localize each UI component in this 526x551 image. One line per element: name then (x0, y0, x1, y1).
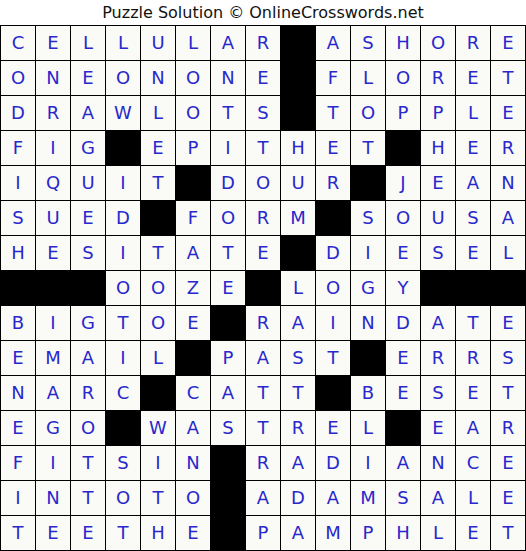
black-cell-r11c10 (316, 376, 350, 410)
black-cell-r7c9 (281, 236, 315, 270)
letter-cell-r8c6: Z (176, 271, 210, 305)
letter-cell-r12c8: T (246, 411, 280, 445)
letter-cell-r7c2: E (36, 236, 70, 270)
black-cell-r10c11 (351, 341, 385, 375)
letter-cell-r15c2: E (36, 516, 70, 550)
letter-cell-r2c5: N (141, 61, 175, 95)
letter-cell-r15c14: E (456, 516, 490, 550)
black-cell-r5c11 (351, 166, 385, 200)
letter-cell-r15c12: H (386, 516, 420, 550)
letter-cell-r13c9: A (281, 446, 315, 480)
letter-cell-r6c6: F (176, 201, 210, 235)
letter-cell-r14c8: A (246, 481, 280, 515)
letter-cell-r14c10: A (316, 481, 350, 515)
letter-cell-r9c14: T (456, 306, 490, 340)
letter-cell-r2c15: T (491, 61, 525, 95)
letter-cell-r5c3: U (71, 166, 105, 200)
letter-cell-r13c11: I (351, 446, 385, 480)
letter-cell-r14c1: I (1, 481, 35, 515)
letter-cell-r15c15: T (491, 516, 525, 550)
letter-cell-r14c6: O (176, 481, 210, 515)
letter-cell-r12c5: W (141, 411, 175, 445)
letter-cell-r4c10: E (316, 131, 350, 165)
letter-cell-r14c11: M (351, 481, 385, 515)
letter-cell-r15c4: T (106, 516, 140, 550)
letter-cell-r10c14: R (456, 341, 490, 375)
letter-cell-r13c1: F (1, 446, 35, 480)
black-cell-r15c7 (211, 516, 245, 550)
letter-cell-r13c2: I (36, 446, 70, 480)
letter-cell-r4c3: G (71, 131, 105, 165)
letter-cell-r11c11: B (351, 376, 385, 410)
letter-cell-r7c14: E (456, 236, 490, 270)
letter-cell-r1c12: H (386, 26, 420, 60)
letter-cell-r7c3: S (71, 236, 105, 270)
letter-cell-r3c12: P (386, 96, 420, 130)
black-cell-r5c6 (176, 166, 210, 200)
letter-cell-r13c8: R (246, 446, 280, 480)
letter-cell-r14c13: A (421, 481, 455, 515)
letter-cell-r15c3: E (71, 516, 105, 550)
letter-cell-r14c5: T (141, 481, 175, 515)
letter-cell-r5c8: O (246, 166, 280, 200)
letter-cell-r11c14: E (456, 376, 490, 410)
letter-cell-r2c11: L (351, 61, 385, 95)
letter-cell-r2c12: O (386, 61, 420, 95)
letter-cell-r4c13: H (421, 131, 455, 165)
black-cell-r14c7 (211, 481, 245, 515)
letter-cell-r10c2: M (36, 341, 70, 375)
letter-cell-r9c9: A (281, 306, 315, 340)
letter-cell-r1c2: E (36, 26, 70, 60)
letter-cell-r13c10: D (316, 446, 350, 480)
letter-cell-r14c4: O (106, 481, 140, 515)
letter-cell-r15c13: L (421, 516, 455, 550)
letter-cell-r8c4: O (106, 271, 140, 305)
letter-cell-r2c4: O (106, 61, 140, 95)
letter-cell-r11c6: C (176, 376, 210, 410)
letter-cell-r1c4: L (106, 26, 140, 60)
black-cell-r3c9 (281, 96, 315, 130)
letter-cell-r5c15: N (491, 166, 525, 200)
letter-cell-r11c15: T (491, 376, 525, 410)
black-cell-r8c15 (491, 271, 525, 305)
black-cell-r9c7 (211, 306, 245, 340)
black-cell-r12c12 (386, 411, 420, 445)
letter-cell-r6c4: D (106, 201, 140, 235)
letter-cell-r9c3: G (71, 306, 105, 340)
letter-cell-r3c10: T (316, 96, 350, 130)
letter-cell-r1c11: S (351, 26, 385, 60)
letter-cell-r10c7: P (211, 341, 245, 375)
letter-cell-r12c14: A (456, 411, 490, 445)
letter-cell-r11c12: E (386, 376, 420, 410)
letter-cell-r15c1: T (1, 516, 35, 550)
letter-cell-r11c13: S (421, 376, 455, 410)
letter-cell-r2c2: N (36, 61, 70, 95)
letter-cell-r8c11: G (351, 271, 385, 305)
letter-cell-r6c11: S (351, 201, 385, 235)
letter-cell-r1c1: C (1, 26, 35, 60)
letter-cell-r5c2: Q (36, 166, 70, 200)
black-cell-r4c12 (386, 131, 420, 165)
black-cell-r10c6 (176, 341, 210, 375)
black-cell-r1c9 (281, 26, 315, 60)
letter-cell-r4c5: E (141, 131, 175, 165)
letter-cell-r5c1: I (1, 166, 35, 200)
puzzle-solution-page: Puzzle Solution © OnlineCrosswords.net C… (0, 0, 526, 551)
letter-cell-r4c11: T (351, 131, 385, 165)
letter-cell-r7c6: A (176, 236, 210, 270)
letter-cell-r4c15: R (491, 131, 525, 165)
letter-cell-r13c15: E (491, 446, 525, 480)
letter-cell-r3c13: P (421, 96, 455, 130)
black-cell-r8c8 (246, 271, 280, 305)
letter-cell-r4c14: E (456, 131, 490, 165)
letter-cell-r10c1: E (1, 341, 35, 375)
letter-cell-r9c8: R (246, 306, 280, 340)
letter-cell-r3c1: D (1, 96, 35, 130)
crossword-grid: CELLULARASHOREONEONONEFLORETDRAWLOTSTOPP… (0, 25, 526, 551)
letter-cell-r7c8: E (246, 236, 280, 270)
letter-cell-r14c12: S (386, 481, 420, 515)
letter-cell-r1c14: R (456, 26, 490, 60)
letter-cell-r13c4: S (106, 446, 140, 480)
letter-cell-r12c11: L (351, 411, 385, 445)
letter-cell-r2c13: R (421, 61, 455, 95)
letter-cell-r1c3: L (71, 26, 105, 60)
letter-cell-r6c3: E (71, 201, 105, 235)
letter-cell-r5c14: A (456, 166, 490, 200)
letter-cell-r14c9: D (281, 481, 315, 515)
letter-cell-r7c15: L (491, 236, 525, 270)
letter-cell-r13c3: T (71, 446, 105, 480)
letter-cell-r7c1: H (1, 236, 35, 270)
letter-cell-r9c11: N (351, 306, 385, 340)
letter-cell-r8c9: L (281, 271, 315, 305)
letter-cell-r12c3: O (71, 411, 105, 445)
letter-cell-r12c9: R (281, 411, 315, 445)
black-cell-r8c14 (456, 271, 490, 305)
black-cell-r6c10 (316, 201, 350, 235)
letter-cell-r7c12: E (386, 236, 420, 270)
letter-cell-r8c10: O (316, 271, 350, 305)
letter-cell-r2c6: O (176, 61, 210, 95)
letter-cell-r2c10: F (316, 61, 350, 95)
black-cell-r8c13 (421, 271, 455, 305)
black-cell-r12c4 (106, 411, 140, 445)
letter-cell-r6c13: U (421, 201, 455, 235)
letter-cell-r5c12: J (386, 166, 420, 200)
letter-cell-r9c13: A (421, 306, 455, 340)
letter-cell-r12c15: R (491, 411, 525, 445)
letter-cell-r7c10: D (316, 236, 350, 270)
letter-cell-r5c10: R (316, 166, 350, 200)
letter-cell-r12c1: E (1, 411, 35, 445)
letter-cell-r1c6: L (176, 26, 210, 60)
letter-cell-r3c11: O (351, 96, 385, 130)
letter-cell-r3c5: L (141, 96, 175, 130)
letter-cell-r9c10: I (316, 306, 350, 340)
letter-cell-r6c7: O (211, 201, 245, 235)
letter-cell-r4c8: T (246, 131, 280, 165)
letter-cell-r1c8: R (246, 26, 280, 60)
letter-cell-r9c4: T (106, 306, 140, 340)
letter-cell-r14c14: L (456, 481, 490, 515)
letter-cell-r11c3: R (71, 376, 105, 410)
letter-cell-r13c14: C (456, 446, 490, 480)
letter-cell-r4c6: P (176, 131, 210, 165)
letter-cell-r13c5: I (141, 446, 175, 480)
letter-cell-r15c11: P (351, 516, 385, 550)
letter-cell-r11c2: A (36, 376, 70, 410)
letter-cell-r12c6: A (176, 411, 210, 445)
letter-cell-r3c15: E (491, 96, 525, 130)
letter-cell-r12c10: E (316, 411, 350, 445)
letter-cell-r1c5: U (141, 26, 175, 60)
letter-cell-r2c14: E (456, 61, 490, 95)
letter-cell-r9c1: B (1, 306, 35, 340)
letter-cell-r13c6: N (176, 446, 210, 480)
letter-cell-r12c2: G (36, 411, 70, 445)
letter-cell-r10c8: A (246, 341, 280, 375)
letter-cell-r9c6: E (176, 306, 210, 340)
black-cell-r8c2 (36, 271, 70, 305)
letter-cell-r6c15: A (491, 201, 525, 235)
letter-cell-r3c3: A (71, 96, 105, 130)
letter-cell-r9c15: E (491, 306, 525, 340)
letter-cell-r3c8: S (246, 96, 280, 130)
letter-cell-r7c11: I (351, 236, 385, 270)
letter-cell-r14c3: T (71, 481, 105, 515)
letter-cell-r1c15: E (491, 26, 525, 60)
letter-cell-r15c5: H (141, 516, 175, 550)
letter-cell-r10c15: S (491, 341, 525, 375)
letter-cell-r15c8: P (246, 516, 280, 550)
letter-cell-r2c3: E (71, 61, 105, 95)
letter-cell-r15c9: A (281, 516, 315, 550)
letter-cell-r4c7: I (211, 131, 245, 165)
letter-cell-r10c10: T (316, 341, 350, 375)
black-cell-r8c1 (1, 271, 35, 305)
letter-cell-r1c10: A (316, 26, 350, 60)
letter-cell-r6c1: S (1, 201, 35, 235)
black-cell-r8c3 (71, 271, 105, 305)
letter-cell-r4c1: F (1, 131, 35, 165)
letter-cell-r6c9: M (281, 201, 315, 235)
letter-cell-r11c4: C (106, 376, 140, 410)
letter-cell-r7c4: I (106, 236, 140, 270)
letter-cell-r11c8: T (246, 376, 280, 410)
letter-cell-r9c2: I (36, 306, 70, 340)
letter-cell-r10c12: E (386, 341, 420, 375)
black-cell-r13c7 (211, 446, 245, 480)
letter-cell-r12c13: E (421, 411, 455, 445)
letter-cell-r3c4: W (106, 96, 140, 130)
letter-cell-r15c6: E (176, 516, 210, 550)
letter-cell-r14c15: E (491, 481, 525, 515)
letter-cell-r6c2: U (36, 201, 70, 235)
letter-cell-r5c9: U (281, 166, 315, 200)
black-cell-r6c5 (141, 201, 175, 235)
letter-cell-r10c4: I (106, 341, 140, 375)
letter-cell-r3c14: L (456, 96, 490, 130)
letter-cell-r3c6: O (176, 96, 210, 130)
black-cell-r4c4 (106, 131, 140, 165)
letter-cell-r1c7: A (211, 26, 245, 60)
letter-cell-r3c7: T (211, 96, 245, 130)
black-cell-r2c9 (281, 61, 315, 95)
letter-cell-r10c9: S (281, 341, 315, 375)
letter-cell-r12c7: S (211, 411, 245, 445)
letter-cell-r7c7: T (211, 236, 245, 270)
letter-cell-r10c5: L (141, 341, 175, 375)
letter-cell-r8c7: E (211, 271, 245, 305)
letter-cell-r11c7: A (211, 376, 245, 410)
letter-cell-r14c2: N (36, 481, 70, 515)
letter-cell-r6c8: R (246, 201, 280, 235)
letter-cell-r9c5: O (141, 306, 175, 340)
letter-cell-r3c2: R (36, 96, 70, 130)
letter-cell-r4c2: I (36, 131, 70, 165)
letter-cell-r10c13: R (421, 341, 455, 375)
letter-cell-r13c12: A (386, 446, 420, 480)
letter-cell-r5c5: T (141, 166, 175, 200)
letter-cell-r2c8: E (246, 61, 280, 95)
letter-cell-r4c9: H (281, 131, 315, 165)
letter-cell-r2c1: O (1, 61, 35, 95)
letter-cell-r7c13: S (421, 236, 455, 270)
letter-cell-r7c5: T (141, 236, 175, 270)
letter-cell-r5c13: E (421, 166, 455, 200)
letter-cell-r1c13: O (421, 26, 455, 60)
letter-cell-r2c7: N (211, 61, 245, 95)
letter-cell-r13c13: N (421, 446, 455, 480)
black-cell-r11c5 (141, 376, 175, 410)
letter-cell-r6c14: S (456, 201, 490, 235)
letter-cell-r5c7: D (211, 166, 245, 200)
letter-cell-r11c9: T (281, 376, 315, 410)
letter-cell-r15c10: M (316, 516, 350, 550)
letter-cell-r5c4: I (106, 166, 140, 200)
letter-cell-r10c3: A (71, 341, 105, 375)
letter-cell-r9c12: D (386, 306, 420, 340)
page-title: Puzzle Solution © OnlineCrosswords.net (0, 0, 526, 25)
letter-cell-r8c12: Y (386, 271, 420, 305)
letter-cell-r11c1: N (1, 376, 35, 410)
letter-cell-r8c5: O (141, 271, 175, 305)
letter-cell-r6c12: O (386, 201, 420, 235)
